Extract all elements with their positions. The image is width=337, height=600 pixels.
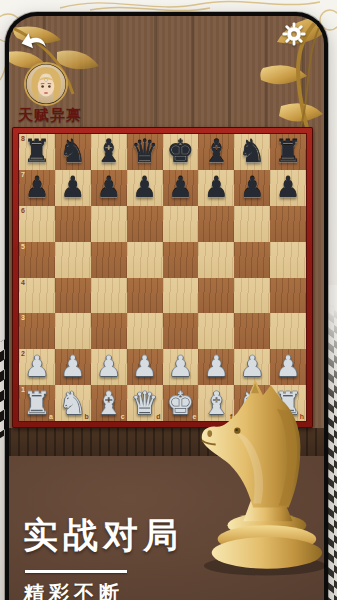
square-b2[interactable]: ♟ bbox=[55, 349, 91, 385]
square-f3[interactable] bbox=[198, 313, 234, 349]
square-b3[interactable] bbox=[55, 313, 91, 349]
piece-black-rook[interactable]: ♜ bbox=[270, 134, 306, 170]
square-e1[interactable]: e♚ bbox=[163, 385, 199, 421]
promo-title: 实战对局 bbox=[23, 512, 183, 559]
square-h8[interactable]: ♜ bbox=[270, 134, 306, 170]
square-d6[interactable] bbox=[127, 206, 163, 242]
piece-white-pawn[interactable]: ♟ bbox=[19, 349, 55, 385]
piece-black-queen[interactable]: ♛ bbox=[127, 134, 163, 170]
piece-black-knight[interactable]: ♞ bbox=[55, 134, 91, 170]
square-h2[interactable]: ♟ bbox=[270, 349, 306, 385]
square-d7[interactable]: ♟ bbox=[127, 170, 163, 206]
square-h4[interactable] bbox=[270, 278, 306, 314]
square-f2[interactable]: ♟ bbox=[198, 349, 234, 385]
piece-white-rook[interactable]: ♜ bbox=[270, 385, 306, 421]
square-b6[interactable] bbox=[55, 206, 91, 242]
gold-ornament-top-right-icon bbox=[233, 16, 324, 144]
piece-white-rook[interactable]: ♜ bbox=[19, 385, 55, 421]
square-a4[interactable]: 4 bbox=[19, 278, 55, 314]
rank-label: 5 bbox=[21, 243, 25, 250]
promo-subtitle: 精彩不断 bbox=[24, 580, 124, 600]
piece-white-pawn[interactable]: ♟ bbox=[270, 349, 306, 385]
square-f6[interactable] bbox=[198, 206, 234, 242]
square-d4[interactable] bbox=[127, 278, 163, 314]
player-avatar[interactable] bbox=[24, 62, 68, 106]
square-f5[interactable] bbox=[198, 242, 234, 278]
piece-white-queen[interactable]: ♛ bbox=[127, 385, 163, 421]
player-name: 天赋异禀 bbox=[18, 106, 82, 125]
square-f1[interactable]: f♝ bbox=[198, 385, 234, 421]
square-h3[interactable] bbox=[270, 313, 306, 349]
square-d2[interactable]: ♟ bbox=[127, 349, 163, 385]
piece-white-pawn[interactable]: ♟ bbox=[91, 349, 127, 385]
piece-white-king[interactable]: ♚ bbox=[163, 385, 199, 421]
rank-label: 6 bbox=[21, 207, 25, 214]
square-h1[interactable]: h♜ bbox=[270, 385, 306, 421]
app-screen: 天赋异禀 8♜♞♝♛♚♝♞♜7♟♟♟♟♟♟♟♟65432♟♟♟♟♟♟♟♟1a♜b… bbox=[9, 16, 324, 600]
piece-white-pawn[interactable]: ♟ bbox=[163, 349, 199, 385]
square-a1[interactable]: 1a♜ bbox=[19, 385, 55, 421]
square-c8[interactable]: ♝ bbox=[91, 134, 127, 170]
square-g1[interactable]: g♞ bbox=[234, 385, 270, 421]
square-g3[interactable] bbox=[234, 313, 270, 349]
square-a5[interactable]: 5 bbox=[19, 242, 55, 278]
rank-label: 4 bbox=[21, 279, 25, 286]
square-f7[interactable]: ♟ bbox=[198, 170, 234, 206]
piece-white-pawn[interactable]: ♟ bbox=[198, 349, 234, 385]
piece-black-pawn[interactable]: ♟ bbox=[198, 170, 234, 206]
chess-board: 8♜♞♝♛♚♝♞♜7♟♟♟♟♟♟♟♟65432♟♟♟♟♟♟♟♟1a♜b♞c♝d♛… bbox=[19, 134, 306, 421]
back-button[interactable] bbox=[19, 28, 47, 56]
square-d1[interactable]: d♛ bbox=[127, 385, 163, 421]
square-e6[interactable] bbox=[163, 206, 199, 242]
piece-black-rook[interactable]: ♜ bbox=[19, 134, 55, 170]
chess-board-frame: 8♜♞♝♛♚♝♞♜7♟♟♟♟♟♟♟♟65432♟♟♟♟♟♟♟♟1a♜b♞c♝d♛… bbox=[12, 127, 313, 428]
square-e5[interactable] bbox=[163, 242, 199, 278]
piece-black-bishop[interactable]: ♝ bbox=[91, 134, 127, 170]
piece-black-pawn[interactable]: ♟ bbox=[234, 170, 270, 206]
square-c7[interactable]: ♟ bbox=[91, 170, 127, 206]
promo-band: 实战对局 精彩不断 bbox=[9, 456, 324, 600]
table-edge bbox=[9, 428, 324, 458]
square-a3[interactable]: 3 bbox=[19, 313, 55, 349]
square-c2[interactable]: ♟ bbox=[91, 349, 127, 385]
square-g7[interactable]: ♟ bbox=[234, 170, 270, 206]
square-c4[interactable] bbox=[91, 278, 127, 314]
square-d8[interactable]: ♛ bbox=[127, 134, 163, 170]
square-a7[interactable]: 7♟ bbox=[19, 170, 55, 206]
square-c6[interactable] bbox=[91, 206, 127, 242]
settings-gear-icon[interactable] bbox=[281, 21, 307, 47]
square-b5[interactable] bbox=[55, 242, 91, 278]
square-e8[interactable]: ♚ bbox=[163, 134, 199, 170]
piece-black-king[interactable]: ♚ bbox=[163, 134, 199, 170]
square-e2[interactable]: ♟ bbox=[163, 349, 199, 385]
square-h7[interactable]: ♟ bbox=[270, 170, 306, 206]
promo-image: 天赋异禀 8♜♞♝♛♚♝♞♜7♟♟♟♟♟♟♟♟65432♟♟♟♟♟♟♟♟1a♜b… bbox=[0, 0, 337, 600]
piece-black-pawn[interactable]: ♟ bbox=[270, 170, 306, 206]
piece-black-bishop[interactable]: ♝ bbox=[198, 134, 234, 170]
square-b1[interactable]: b♞ bbox=[55, 385, 91, 421]
square-g5[interactable] bbox=[234, 242, 270, 278]
piece-black-pawn[interactable]: ♟ bbox=[127, 170, 163, 206]
piece-white-pawn[interactable]: ♟ bbox=[127, 349, 163, 385]
square-c5[interactable] bbox=[91, 242, 127, 278]
piece-white-bishop[interactable]: ♝ bbox=[91, 385, 127, 421]
piece-white-knight[interactable]: ♞ bbox=[234, 385, 270, 421]
square-b4[interactable] bbox=[55, 278, 91, 314]
piece-black-pawn[interactable]: ♟ bbox=[163, 170, 199, 206]
square-g2[interactable]: ♟ bbox=[234, 349, 270, 385]
square-d5[interactable] bbox=[127, 242, 163, 278]
promo-divider bbox=[25, 570, 127, 573]
square-f8[interactable]: ♝ bbox=[198, 134, 234, 170]
square-h6[interactable] bbox=[270, 206, 306, 242]
square-e7[interactable]: ♟ bbox=[163, 170, 199, 206]
piece-white-knight[interactable]: ♞ bbox=[55, 385, 91, 421]
piece-white-pawn[interactable]: ♟ bbox=[234, 349, 270, 385]
piece-black-knight[interactable]: ♞ bbox=[234, 134, 270, 170]
square-g4[interactable] bbox=[234, 278, 270, 314]
square-a8[interactable]: 8♜ bbox=[19, 134, 55, 170]
square-c1[interactable]: c♝ bbox=[91, 385, 127, 421]
square-g6[interactable] bbox=[234, 206, 270, 242]
square-a6[interactable]: 6 bbox=[19, 206, 55, 242]
piece-black-pawn[interactable]: ♟ bbox=[19, 170, 55, 206]
piece-black-pawn[interactable]: ♟ bbox=[91, 170, 127, 206]
square-a2[interactable]: 2♟ bbox=[19, 349, 55, 385]
piece-white-bishop[interactable]: ♝ bbox=[198, 385, 234, 421]
piece-white-pawn[interactable]: ♟ bbox=[55, 349, 91, 385]
square-g8[interactable]: ♞ bbox=[234, 134, 270, 170]
square-d3[interactable] bbox=[127, 313, 163, 349]
square-f4[interactable] bbox=[198, 278, 234, 314]
phone-mockup: 天赋异禀 8♜♞♝♛♚♝♞♜7♟♟♟♟♟♟♟♟65432♟♟♟♟♟♟♟♟1a♜b… bbox=[5, 12, 328, 600]
square-h5[interactable] bbox=[270, 242, 306, 278]
square-b8[interactable]: ♞ bbox=[55, 134, 91, 170]
square-c3[interactable] bbox=[91, 313, 127, 349]
rank-label: 3 bbox=[21, 314, 25, 321]
square-b7[interactable]: ♟ bbox=[55, 170, 91, 206]
square-e4[interactable] bbox=[163, 278, 199, 314]
piece-black-pawn[interactable]: ♟ bbox=[55, 170, 91, 206]
square-e3[interactable] bbox=[163, 313, 199, 349]
